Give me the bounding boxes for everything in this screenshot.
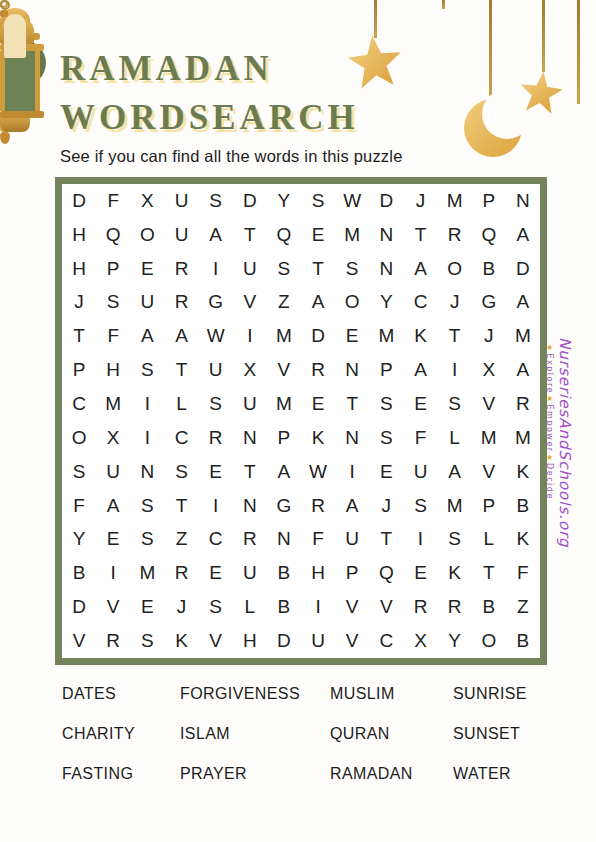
lantern-flare xyxy=(0,44,44,51)
grid-cell[interactable]: I xyxy=(130,387,164,421)
grid-cell[interactable]: J xyxy=(472,319,506,353)
grid-cell[interactable]: E xyxy=(301,387,335,421)
grid-cell[interactable]: Y xyxy=(267,184,301,218)
grid-cell[interactable]: X xyxy=(472,353,506,387)
lantern-window xyxy=(4,14,26,58)
grid-cell[interactable]: V xyxy=(62,624,96,658)
title-line-2: WORDSEARCH xyxy=(60,93,359,142)
grid-cell[interactable]: S xyxy=(199,387,233,421)
lantern-ornament-icon xyxy=(0,0,46,144)
grid-cell[interactable]: T xyxy=(472,556,506,590)
lantern-dome xyxy=(0,17,34,44)
grid-cell[interactable]: T xyxy=(233,218,267,252)
subtitle: See if you can find all the words in thi… xyxy=(60,147,403,166)
grid-cell[interactable]: A xyxy=(403,353,437,387)
grid-cell[interactable]: N xyxy=(130,455,164,489)
branding-tagline: ★Explore★Empower★Decide xyxy=(545,343,554,500)
grid-cell[interactable]: M xyxy=(438,489,472,523)
grid-cell[interactable]: R xyxy=(199,421,233,455)
grid-cell[interactable]: U xyxy=(199,353,233,387)
grid-cell[interactable]: C xyxy=(164,421,198,455)
hanging-string xyxy=(542,0,545,72)
grid-cell[interactable]: M xyxy=(506,421,540,455)
hanging-string xyxy=(489,0,492,100)
grid-cell[interactable]: Y xyxy=(62,523,96,557)
grid-cell[interactable]: X xyxy=(233,353,267,387)
grid-cell[interactable]: S xyxy=(130,523,164,557)
grid-cell[interactable]: A xyxy=(96,489,130,523)
grid-cell[interactable]: E xyxy=(130,590,164,624)
grid-cell[interactable]: E xyxy=(301,218,335,252)
grid-cell[interactable]: T xyxy=(164,353,198,387)
grid-cell[interactable]: P xyxy=(62,353,96,387)
grid-cell[interactable]: S xyxy=(369,421,403,455)
lantern-base xyxy=(0,118,30,132)
grid-cell[interactable]: I xyxy=(233,319,267,353)
grid-cell[interactable]: H xyxy=(301,556,335,590)
grid-cell[interactable]: C xyxy=(369,624,403,658)
grid-cell[interactable]: M xyxy=(267,387,301,421)
grid-cell[interactable]: E xyxy=(335,319,369,353)
grid-cell[interactable]: T xyxy=(438,319,472,353)
grid-cell[interactable]: V xyxy=(199,624,233,658)
grid-cell[interactable]: K xyxy=(164,624,198,658)
grid-cell[interactable]: A xyxy=(403,252,437,286)
grid-cell[interactable]: J xyxy=(164,590,198,624)
grid-cell[interactable]: R xyxy=(403,590,437,624)
grid-cell[interactable]: W xyxy=(335,184,369,218)
grid-cell[interactable]: Q xyxy=(96,218,130,252)
word-item: CHARITY xyxy=(62,725,180,743)
grid-cell[interactable]: R xyxy=(506,387,540,421)
star-icon: ★ xyxy=(545,453,554,464)
word-list: DATESFORGIVENESSMUSLIMSUNRISECHARITYISLA… xyxy=(62,685,554,783)
hanging-string xyxy=(577,0,580,104)
grid-cell[interactable]: S xyxy=(199,590,233,624)
grid-cell[interactable]: B xyxy=(267,556,301,590)
grid-cell[interactable]: F xyxy=(96,319,130,353)
grid-cell[interactable]: K xyxy=(506,523,540,557)
grid-cell[interactable]: T xyxy=(369,523,403,557)
grid-cell[interactable]: I xyxy=(199,252,233,286)
grid-cell[interactable]: M xyxy=(335,218,369,252)
word-item: FASTING xyxy=(62,765,180,783)
tagline-word: Decide xyxy=(545,463,554,500)
grid-cell[interactable]: Z xyxy=(267,286,301,320)
grid-cell[interactable]: A xyxy=(506,218,540,252)
hanging-string xyxy=(374,0,377,38)
grid-cell[interactable]: R xyxy=(96,624,130,658)
grid-cell[interactable]: P xyxy=(369,353,403,387)
grid-cell[interactable]: Y xyxy=(438,624,472,658)
grid-cell[interactable]: X xyxy=(130,184,164,218)
grid-cell[interactable]: S xyxy=(199,184,233,218)
grid-cell[interactable]: S xyxy=(130,489,164,523)
grid-cell[interactable]: G xyxy=(199,286,233,320)
grid-cell[interactable]: C xyxy=(199,523,233,557)
ornament-wreath xyxy=(0,40,46,86)
grid-cell[interactable]: F xyxy=(62,489,96,523)
grid-cell[interactable]: I xyxy=(96,556,130,590)
grid-cell[interactable]: Q xyxy=(369,556,403,590)
grid-cell[interactable]: R xyxy=(438,590,472,624)
grid-cell[interactable]: V xyxy=(369,590,403,624)
grid-cell[interactable]: U xyxy=(233,252,267,286)
grid-cell[interactable]: B xyxy=(472,590,506,624)
grid-cell[interactable]: E xyxy=(199,455,233,489)
grid-cell[interactable]: R xyxy=(164,556,198,590)
ornament-collar xyxy=(0,116,20,123)
grid-cell[interactable]: R xyxy=(301,353,335,387)
grid-cell[interactable]: O xyxy=(335,286,369,320)
grid-cell[interactable]: J xyxy=(403,184,437,218)
word-item: SUNSET xyxy=(453,725,554,743)
grid-cell[interactable]: S xyxy=(62,455,96,489)
word-item: SUNRISE xyxy=(453,685,554,703)
grid-cell[interactable]: P xyxy=(472,489,506,523)
grid-cell[interactable]: D xyxy=(369,184,403,218)
star-icon xyxy=(515,67,566,117)
grid-cell[interactable]: G xyxy=(267,489,301,523)
grid-cell[interactable]: T xyxy=(335,387,369,421)
grid-cell[interactable]: B xyxy=(472,252,506,286)
grid-cell[interactable]: U xyxy=(233,387,267,421)
tagline-word: Explore xyxy=(545,354,554,395)
grid-cell[interactable]: T xyxy=(62,319,96,353)
grid-cell[interactable]: F xyxy=(96,184,130,218)
grid-cell[interactable]: K xyxy=(403,319,437,353)
grid-cell[interactable]: K xyxy=(438,556,472,590)
grid-cell[interactable]: A xyxy=(438,455,472,489)
grid-cell[interactable]: R xyxy=(438,218,472,252)
grid-cell[interactable]: M xyxy=(438,184,472,218)
grid-cell[interactable]: W xyxy=(301,455,335,489)
crescent-moon-cutout xyxy=(482,89,532,139)
grid-cell[interactable]: B xyxy=(506,489,540,523)
word-item: DATES xyxy=(62,685,180,703)
grid-cell[interactable]: Q xyxy=(267,218,301,252)
ornament-knob xyxy=(0,0,8,8)
grid-cell[interactable]: I xyxy=(199,489,233,523)
grid-cell[interactable]: N xyxy=(506,184,540,218)
grid-cell[interactable]: L xyxy=(164,387,198,421)
grid-cell[interactable]: J xyxy=(62,286,96,320)
grid-cell[interactable]: P xyxy=(472,184,506,218)
grid-cell[interactable]: S xyxy=(438,387,472,421)
grid-cell[interactable]: D xyxy=(62,590,96,624)
grid-cell[interactable]: U xyxy=(335,523,369,557)
grid-cell[interactable]: U xyxy=(164,184,198,218)
grid-cell[interactable]: G xyxy=(472,286,506,320)
grid-cell[interactable]: Q xyxy=(472,218,506,252)
wordsearch-board: DFXUSDYSWDJMPNHQOUATQEMNTRQAHPERIUSTSNAO… xyxy=(55,177,547,665)
grid-cell[interactable]: S xyxy=(267,252,301,286)
grid-cell[interactable]: E xyxy=(130,252,164,286)
crescent-moon-icon xyxy=(464,99,522,157)
grid-cell[interactable]: A xyxy=(506,286,540,320)
lantern-hook xyxy=(0,0,10,10)
grid-cell[interactable]: N xyxy=(369,218,403,252)
grid-cell[interactable]: S xyxy=(130,624,164,658)
ornament-dome xyxy=(0,8,30,33)
grid-cell[interactable]: U xyxy=(233,556,267,590)
grid-cell[interactable]: U xyxy=(96,455,130,489)
grid-cell[interactable]: V xyxy=(233,286,267,320)
grid-cell[interactable]: L xyxy=(472,523,506,557)
grid-cell[interactable]: O xyxy=(438,252,472,286)
grid-cell[interactable]: S xyxy=(130,353,164,387)
grid-cell[interactable]: J xyxy=(369,489,403,523)
grid-cell[interactable]: S xyxy=(438,523,472,557)
grid-cell[interactable]: U xyxy=(130,286,164,320)
grid-cell[interactable]: A xyxy=(130,319,164,353)
grid-cell[interactable]: V xyxy=(96,590,130,624)
grid-cell[interactable]: J xyxy=(438,286,472,320)
grid-cell[interactable]: Y xyxy=(369,286,403,320)
grid-cell[interactable]: T xyxy=(403,218,437,252)
grid-cell[interactable]: E xyxy=(96,523,130,557)
grid-cell[interactable]: S xyxy=(301,184,335,218)
grid-cell[interactable]: X xyxy=(96,421,130,455)
grid-cell[interactable]: L xyxy=(233,590,267,624)
grid-cell[interactable]: P xyxy=(96,252,130,286)
title-line-1: RAMADAN xyxy=(60,44,359,93)
lantern-finial xyxy=(0,10,8,17)
grid-cell[interactable]: W xyxy=(199,319,233,353)
grid-cell[interactable]: K xyxy=(301,421,335,455)
grid-cell[interactable]: S xyxy=(403,489,437,523)
ornament-drop xyxy=(0,132,10,144)
grid-cell[interactable]: D xyxy=(506,252,540,286)
grid-cell[interactable]: L xyxy=(438,421,472,455)
grid-cell[interactable]: V xyxy=(472,387,506,421)
grid-cell[interactable]: T xyxy=(164,489,198,523)
grid-cell[interactable]: N xyxy=(233,489,267,523)
grid-cell[interactable]: A xyxy=(301,286,335,320)
grid-cell[interactable]: M xyxy=(130,556,164,590)
grid-cell[interactable]: V xyxy=(472,455,506,489)
word-item: PRAYER xyxy=(180,765,330,783)
grid-cell[interactable]: V xyxy=(335,624,369,658)
grid-cell[interactable]: T xyxy=(233,455,267,489)
grid-cell[interactable]: D xyxy=(301,319,335,353)
grid-cell[interactable]: I xyxy=(301,590,335,624)
grid-cell[interactable]: B xyxy=(267,590,301,624)
grid-cell[interactable]: K xyxy=(506,455,540,489)
grid-cell[interactable]: M xyxy=(472,421,506,455)
grid-cell[interactable]: P xyxy=(267,421,301,455)
grid-cell[interactable]: C xyxy=(62,387,96,421)
grid-cell[interactable]: Z xyxy=(164,523,198,557)
grid-cell[interactable]: I xyxy=(335,455,369,489)
grid-cell[interactable]: V xyxy=(267,353,301,387)
grid-cell[interactable]: B xyxy=(62,556,96,590)
word-item: FORGIVENESS xyxy=(180,685,330,703)
word-item: RAMADAN xyxy=(330,765,453,783)
grid-cell[interactable]: D xyxy=(267,624,301,658)
grid-cell[interactable]: O xyxy=(130,218,164,252)
lantern-icon xyxy=(0,0,44,132)
star-icon: ★ xyxy=(545,394,554,405)
grid-cell[interactable]: A xyxy=(164,319,198,353)
grid-cell[interactable]: N xyxy=(335,421,369,455)
grid-cell[interactable]: B xyxy=(506,624,540,658)
grid-cell[interactable]: A xyxy=(199,218,233,252)
grid-cell[interactable]: Z xyxy=(506,590,540,624)
grid-cell[interactable]: P xyxy=(335,556,369,590)
grid-cell[interactable]: O xyxy=(62,421,96,455)
lantern-body xyxy=(0,51,40,111)
grid-cell[interactable]: M xyxy=(369,319,403,353)
grid-cell[interactable]: H xyxy=(62,252,96,286)
grid-cell[interactable]: I xyxy=(403,523,437,557)
grid-cell[interactable]: S xyxy=(164,455,198,489)
ornament-core xyxy=(0,86,30,116)
grid-cell[interactable]: D xyxy=(62,184,96,218)
grid-cell[interactable]: F xyxy=(506,556,540,590)
grid-cell[interactable]: H xyxy=(96,353,130,387)
tagline-word: Empower xyxy=(545,405,554,453)
grid-cell[interactable]: E xyxy=(403,556,437,590)
ornament-collar xyxy=(0,33,40,40)
grid-cell[interactable]: H xyxy=(233,624,267,658)
grid-cell[interactable]: R xyxy=(164,286,198,320)
grid-cell[interactable]: R xyxy=(301,489,335,523)
grid-cell[interactable]: M xyxy=(267,319,301,353)
grid-cell[interactable]: R xyxy=(164,252,198,286)
grid-cell[interactable]: E xyxy=(199,556,233,590)
grid-cell[interactable]: U xyxy=(301,624,335,658)
grid-cell[interactable]: N xyxy=(267,523,301,557)
grid-cell[interactable]: I xyxy=(438,353,472,387)
branding-site: NurseriesAndSchools.org xyxy=(556,337,574,548)
star-icon: ★ xyxy=(545,343,554,354)
grid-cell[interactable]: N xyxy=(335,353,369,387)
word-item: WATER xyxy=(453,765,554,783)
worksheet-page: RAMADAN WORDSEARCH See if you can find a… xyxy=(0,0,596,842)
grid-cell[interactable]: A xyxy=(335,489,369,523)
grid-cell[interactable]: D xyxy=(233,184,267,218)
grid-cell[interactable]: C xyxy=(403,286,437,320)
grid-cell[interactable]: N xyxy=(369,252,403,286)
grid-cell[interactable]: F xyxy=(301,523,335,557)
page-title: RAMADAN WORDSEARCH xyxy=(60,44,359,142)
grid-cell[interactable]: R xyxy=(233,523,267,557)
grid-cell[interactable]: S xyxy=(96,286,130,320)
grid-cell[interactable]: H xyxy=(62,218,96,252)
grid-cell[interactable]: M xyxy=(506,319,540,353)
grid-cell[interactable]: X xyxy=(403,624,437,658)
lantern-base-bar xyxy=(0,111,44,118)
grid-cell[interactable]: U xyxy=(164,218,198,252)
grid-cell[interactable]: E xyxy=(369,455,403,489)
grid-cell[interactable]: S xyxy=(335,252,369,286)
grid-cell[interactable]: N xyxy=(233,421,267,455)
grid-cell[interactable]: T xyxy=(301,252,335,286)
word-item: MUSLIM xyxy=(330,685,453,703)
ornament-stem xyxy=(0,123,12,132)
grid-cell[interactable]: E xyxy=(403,387,437,421)
word-item: ISLAM xyxy=(180,725,330,743)
hanging-string xyxy=(442,0,445,9)
grid-cell[interactable]: A xyxy=(506,353,540,387)
grid-cell[interactable]: M xyxy=(96,387,130,421)
grid-cell[interactable]: F xyxy=(403,421,437,455)
word-item: QURAN xyxy=(330,725,453,743)
grid-cell[interactable]: U xyxy=(403,455,437,489)
grid-cell[interactable]: S xyxy=(369,387,403,421)
grid-cell[interactable]: I xyxy=(130,421,164,455)
grid-cell[interactable]: O xyxy=(472,624,506,658)
grid-cell[interactable]: V xyxy=(335,590,369,624)
grid-cell[interactable]: A xyxy=(267,455,301,489)
